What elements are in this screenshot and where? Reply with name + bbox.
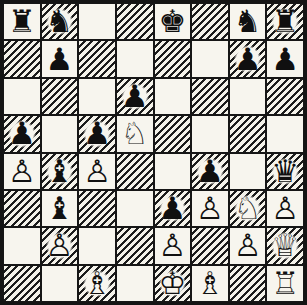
black-pawn[interactable]: ♟ — [192, 154, 228, 189]
square-h3[interactable]: ♙ — [266, 190, 304, 227]
square-b4[interactable]: ♝ — [41, 153, 79, 190]
square-a2[interactable] — [3, 227, 41, 264]
white-bishop[interactable]: ♗ — [192, 266, 228, 301]
square-g3[interactable]: ♘ — [229, 190, 267, 227]
white-pawn[interactable]: ♙ — [267, 191, 303, 226]
square-b2[interactable]: ♙ — [41, 227, 79, 264]
square-b5[interactable] — [41, 115, 79, 152]
square-c8[interactable] — [78, 3, 116, 40]
square-c2[interactable] — [78, 227, 116, 264]
chessboard: ♜♞♚♞♜♟♟♟♟♟♟♘♙♝♙♟♛♝♟♙♘♙♙♙♙♕♗♔♗♖ — [3, 3, 304, 302]
white-rook[interactable]: ♖ — [267, 266, 303, 301]
black-queen[interactable]: ♛ — [267, 154, 303, 189]
square-a7[interactable] — [3, 40, 41, 77]
white-pawn[interactable]: ♙ — [155, 228, 191, 263]
square-d2[interactable] — [116, 227, 154, 264]
white-knight[interactable]: ♘ — [117, 116, 153, 151]
black-rook[interactable]: ♜ — [4, 4, 40, 39]
square-a3[interactable] — [3, 190, 41, 227]
square-g1[interactable] — [229, 265, 267, 302]
black-pawn[interactable]: ♟ — [42, 41, 78, 76]
square-f8[interactable] — [191, 3, 229, 40]
square-h8[interactable]: ♜ — [266, 3, 304, 40]
square-c5[interactable]: ♟ — [78, 115, 116, 152]
black-pawn[interactable]: ♟ — [79, 116, 115, 151]
square-d3[interactable] — [116, 190, 154, 227]
square-c6[interactable] — [78, 78, 116, 115]
white-bishop[interactable]: ♗ — [79, 266, 115, 301]
white-queen[interactable]: ♕ — [267, 228, 303, 263]
black-king[interactable]: ♚ — [155, 4, 191, 39]
white-pawn[interactable]: ♙ — [42, 228, 78, 263]
square-h7[interactable]: ♟ — [266, 40, 304, 77]
square-a4[interactable]: ♙ — [3, 153, 41, 190]
square-f4[interactable]: ♟ — [191, 153, 229, 190]
white-pawn[interactable]: ♙ — [79, 154, 115, 189]
square-g4[interactable] — [229, 153, 267, 190]
square-b8[interactable]: ♞ — [41, 3, 79, 40]
square-h4[interactable]: ♛ — [266, 153, 304, 190]
square-e6[interactable] — [154, 78, 192, 115]
square-b1[interactable] — [41, 265, 79, 302]
square-b6[interactable] — [41, 78, 79, 115]
square-h6[interactable] — [266, 78, 304, 115]
square-f3[interactable]: ♙ — [191, 190, 229, 227]
square-e7[interactable] — [154, 40, 192, 77]
black-knight[interactable]: ♞ — [42, 4, 78, 39]
square-b7[interactable]: ♟ — [41, 40, 79, 77]
black-knight[interactable]: ♞ — [230, 4, 266, 39]
black-bishop[interactable]: ♝ — [42, 154, 78, 189]
white-pawn[interactable]: ♙ — [192, 191, 228, 226]
square-f7[interactable] — [191, 40, 229, 77]
square-d1[interactable] — [116, 265, 154, 302]
black-pawn[interactable]: ♟ — [117, 79, 153, 114]
square-d8[interactable] — [116, 3, 154, 40]
square-d7[interactable] — [116, 40, 154, 77]
square-f1[interactable]: ♗ — [191, 265, 229, 302]
square-e5[interactable] — [154, 115, 192, 152]
square-f5[interactable] — [191, 115, 229, 152]
black-pawn[interactable]: ♟ — [267, 41, 303, 76]
black-bishop[interactable]: ♝ — [42, 191, 78, 226]
square-e2[interactable]: ♙ — [154, 227, 192, 264]
square-c4[interactable]: ♙ — [78, 153, 116, 190]
square-e8[interactable]: ♚ — [154, 3, 192, 40]
square-h1[interactable]: ♖ — [266, 265, 304, 302]
white-pawn[interactable]: ♙ — [230, 228, 266, 263]
black-pawn[interactable]: ♟ — [155, 191, 191, 226]
square-g5[interactable] — [229, 115, 267, 152]
square-d4[interactable] — [116, 153, 154, 190]
square-d6[interactable]: ♟ — [116, 78, 154, 115]
square-h5[interactable] — [266, 115, 304, 152]
square-e1[interactable]: ♔ — [154, 265, 192, 302]
square-c7[interactable] — [78, 40, 116, 77]
square-a1[interactable] — [3, 265, 41, 302]
square-f2[interactable] — [191, 227, 229, 264]
black-rook[interactable]: ♜ — [267, 4, 303, 39]
black-pawn[interactable]: ♟ — [4, 116, 40, 151]
square-g7[interactable]: ♟ — [229, 40, 267, 77]
white-king[interactable]: ♔ — [155, 266, 191, 301]
square-a5[interactable]: ♟ — [3, 115, 41, 152]
square-e4[interactable] — [154, 153, 192, 190]
diagram-frame: ♜♞♚♞♜♟♟♟♟♟♟♘♙♝♙♟♛♝♟♙♘♙♙♙♙♕♗♔♗♖ — [0, 0, 307, 305]
white-pawn[interactable]: ♙ — [4, 154, 40, 189]
square-b3[interactable]: ♝ — [41, 190, 79, 227]
square-c1[interactable]: ♗ — [78, 265, 116, 302]
square-c3[interactable] — [78, 190, 116, 227]
square-g6[interactable] — [229, 78, 267, 115]
square-g2[interactable]: ♙ — [229, 227, 267, 264]
square-h2[interactable]: ♕ — [266, 227, 304, 264]
square-g8[interactable]: ♞ — [229, 3, 267, 40]
square-e3[interactable]: ♟ — [154, 190, 192, 227]
black-pawn[interactable]: ♟ — [230, 41, 266, 76]
square-d5[interactable]: ♘ — [116, 115, 154, 152]
square-a8[interactable]: ♜ — [3, 3, 41, 40]
square-a6[interactable] — [3, 78, 41, 115]
white-knight[interactable]: ♘ — [230, 191, 266, 226]
square-f6[interactable] — [191, 78, 229, 115]
